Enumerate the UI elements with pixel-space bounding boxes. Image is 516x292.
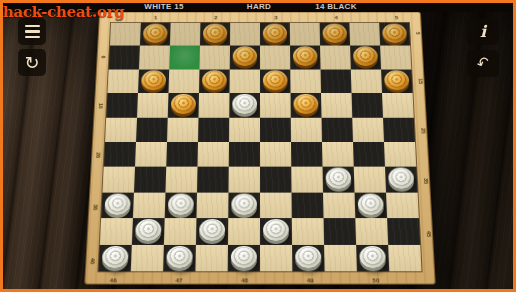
light-square bbox=[323, 192, 355, 218]
light-square bbox=[164, 218, 197, 244]
light-square bbox=[386, 192, 419, 218]
black-piece[interactable] bbox=[263, 24, 287, 43]
board-frame: 123454647484950616263646515253545 bbox=[84, 12, 436, 285]
coordinate-label: 5 bbox=[395, 15, 398, 20]
light-square bbox=[131, 245, 164, 272]
undo-icon: ↶ bbox=[474, 54, 491, 73]
coordinate-label: 36 bbox=[92, 204, 98, 210]
light-square bbox=[291, 117, 322, 142]
light-square bbox=[228, 218, 260, 244]
square-48[interactable] bbox=[228, 245, 260, 272]
info-icon: i bbox=[480, 24, 486, 40]
coordinate-label: 46 bbox=[89, 258, 96, 264]
light-square bbox=[355, 218, 388, 244]
square-36[interactable] bbox=[101, 192, 134, 218]
light-square bbox=[197, 142, 229, 167]
light-square bbox=[230, 23, 260, 46]
board-grid bbox=[97, 22, 422, 272]
square-32[interactable] bbox=[197, 167, 229, 192]
black-piece[interactable] bbox=[382, 24, 407, 43]
light-square bbox=[380, 46, 411, 69]
white-piece[interactable] bbox=[168, 193, 194, 215]
coordinate-label: 49 bbox=[307, 277, 314, 283]
coordinate-label: 1 bbox=[154, 15, 157, 20]
white-piece[interactable] bbox=[166, 246, 192, 268]
square-24[interactable] bbox=[322, 117, 353, 142]
white-piece[interactable] bbox=[326, 168, 352, 189]
light-square bbox=[260, 93, 291, 117]
light-square bbox=[139, 46, 170, 69]
light-square bbox=[135, 142, 167, 167]
square-42[interactable] bbox=[196, 218, 228, 244]
light-square bbox=[260, 46, 290, 69]
black-piece[interactable] bbox=[322, 24, 347, 43]
coordinate-label: 16 bbox=[97, 103, 103, 109]
light-square bbox=[199, 46, 230, 69]
light-square bbox=[110, 23, 141, 46]
light-square bbox=[167, 117, 198, 142]
black-piece[interactable] bbox=[143, 24, 168, 43]
square-26[interactable] bbox=[104, 142, 136, 167]
light-square bbox=[198, 93, 229, 117]
square-45[interactable] bbox=[387, 218, 420, 244]
light-square bbox=[165, 167, 197, 192]
light-square bbox=[100, 218, 133, 244]
white-count-label: WHITE 15 bbox=[144, 2, 183, 11]
light-square bbox=[351, 69, 382, 93]
square-4[interactable] bbox=[320, 23, 350, 46]
black-piece[interactable] bbox=[263, 70, 288, 90]
light-square bbox=[168, 69, 199, 93]
square-20[interactable] bbox=[352, 93, 383, 117]
light-square bbox=[105, 117, 137, 142]
black-piece[interactable] bbox=[202, 70, 227, 90]
light-square bbox=[229, 69, 260, 93]
coordinate-label: 47 bbox=[175, 277, 182, 283]
coordinate-label: 4 bbox=[335, 15, 338, 20]
square-15[interactable] bbox=[381, 69, 412, 93]
coordinate-label: 15 bbox=[417, 78, 423, 84]
white-piece[interactable] bbox=[104, 193, 130, 215]
restart-icon: ↻ bbox=[24, 54, 39, 72]
light-square bbox=[107, 69, 138, 93]
light-square bbox=[388, 245, 421, 272]
watermark: hack-cheat.org bbox=[3, 3, 124, 21]
light-square bbox=[290, 69, 321, 93]
black-piece[interactable] bbox=[384, 70, 409, 90]
square-10[interactable] bbox=[350, 46, 381, 69]
white-piece[interactable] bbox=[358, 193, 384, 215]
light-square bbox=[349, 23, 380, 46]
square-49[interactable] bbox=[292, 245, 325, 272]
square-21[interactable] bbox=[136, 117, 168, 142]
coordinate-label: 26 bbox=[95, 153, 101, 159]
coordinate-label: 35 bbox=[422, 178, 428, 184]
black-piece[interactable] bbox=[353, 47, 378, 67]
square-17[interactable] bbox=[168, 93, 199, 117]
info-button[interactable]: i bbox=[467, 18, 499, 45]
coordinate-label: 48 bbox=[241, 277, 248, 283]
black-piece[interactable] bbox=[141, 70, 166, 90]
menu-button[interactable] bbox=[18, 18, 46, 45]
square-30[interactable] bbox=[353, 142, 385, 167]
square-31[interactable] bbox=[134, 167, 166, 192]
coordinate-label: 5 bbox=[415, 32, 421, 35]
light-square bbox=[382, 93, 414, 117]
white-piece[interactable] bbox=[359, 246, 386, 268]
square-7[interactable] bbox=[169, 46, 200, 69]
black-piece[interactable] bbox=[293, 94, 318, 114]
square-34[interactable] bbox=[323, 167, 355, 192]
square-44[interactable] bbox=[324, 218, 357, 244]
white-piece[interactable] bbox=[263, 219, 289, 241]
square-8[interactable] bbox=[230, 46, 260, 69]
square-33[interactable] bbox=[260, 167, 292, 192]
light-square bbox=[322, 142, 354, 167]
black-piece[interactable] bbox=[293, 47, 318, 67]
light-square bbox=[196, 192, 228, 218]
light-square bbox=[260, 192, 292, 218]
white-piece[interactable] bbox=[102, 246, 129, 268]
square-18[interactable] bbox=[229, 93, 260, 117]
black-piece[interactable] bbox=[203, 24, 227, 43]
square-43[interactable] bbox=[260, 218, 292, 244]
square-13[interactable] bbox=[260, 69, 291, 93]
square-35[interactable] bbox=[385, 167, 418, 192]
undo-button[interactable]: ↶ bbox=[467, 50, 499, 77]
black-count-label: 14 BLACK bbox=[315, 2, 357, 11]
square-14[interactable] bbox=[321, 69, 352, 93]
light-square bbox=[321, 93, 352, 117]
white-piece[interactable] bbox=[388, 168, 414, 189]
light-square bbox=[260, 142, 291, 167]
light-square bbox=[290, 23, 320, 46]
square-6[interactable] bbox=[109, 46, 140, 69]
square-25[interactable] bbox=[383, 117, 415, 142]
square-47[interactable] bbox=[163, 245, 196, 272]
light-square bbox=[354, 167, 386, 192]
light-square bbox=[292, 218, 324, 244]
square-27[interactable] bbox=[166, 142, 198, 167]
light-square bbox=[320, 46, 351, 69]
square-38[interactable] bbox=[228, 192, 260, 218]
light-square bbox=[260, 245, 292, 272]
coordinate-label: 6 bbox=[100, 56, 106, 59]
square-40[interactable] bbox=[355, 192, 388, 218]
coordinate-label: 2 bbox=[214, 15, 217, 20]
white-piece[interactable] bbox=[199, 219, 225, 241]
coordinate-label: 50 bbox=[372, 277, 379, 283]
square-2[interactable] bbox=[200, 23, 230, 46]
square-12[interactable] bbox=[199, 69, 230, 93]
square-16[interactable] bbox=[106, 93, 138, 117]
coordinate-label: 45 bbox=[425, 231, 432, 237]
restart-button[interactable]: ↻ bbox=[18, 49, 46, 76]
light-square bbox=[324, 245, 357, 272]
coordinate-label: 46 bbox=[110, 277, 117, 283]
white-piece[interactable] bbox=[135, 219, 161, 241]
square-19[interactable] bbox=[291, 93, 322, 117]
light-square bbox=[102, 167, 135, 192]
light-square bbox=[229, 117, 260, 142]
difficulty-label: HARD bbox=[247, 2, 271, 11]
board-3d-wrapper: 123454647484950616263646515253545 bbox=[84, 12, 436, 285]
square-5[interactable] bbox=[379, 23, 410, 46]
black-piece[interactable] bbox=[171, 94, 196, 114]
square-46[interactable] bbox=[98, 245, 131, 272]
square-23[interactable] bbox=[260, 117, 291, 142]
white-piece[interactable] bbox=[295, 246, 321, 268]
square-1[interactable] bbox=[140, 23, 171, 46]
square-41[interactable] bbox=[132, 218, 165, 244]
light-square bbox=[133, 192, 166, 218]
light-square bbox=[384, 142, 416, 167]
square-29[interactable] bbox=[291, 142, 323, 167]
light-square bbox=[137, 93, 168, 117]
square-39[interactable] bbox=[292, 192, 324, 218]
light-square bbox=[352, 117, 384, 142]
square-11[interactable] bbox=[138, 69, 169, 93]
coordinate-label: 3 bbox=[274, 15, 277, 20]
white-piece[interactable] bbox=[231, 193, 257, 215]
light-square bbox=[195, 245, 228, 272]
square-50[interactable] bbox=[356, 245, 389, 272]
square-22[interactable] bbox=[198, 117, 229, 142]
square-3[interactable] bbox=[260, 23, 290, 46]
coordinate-label: 25 bbox=[420, 128, 426, 134]
square-9[interactable] bbox=[290, 46, 321, 69]
light-square bbox=[170, 23, 200, 46]
white-piece[interactable] bbox=[232, 94, 257, 114]
black-piece[interactable] bbox=[233, 47, 257, 67]
white-piece[interactable] bbox=[231, 246, 257, 268]
square-28[interactable] bbox=[229, 142, 260, 167]
light-square bbox=[228, 167, 260, 192]
light-square bbox=[291, 167, 323, 192]
square-37[interactable] bbox=[165, 192, 197, 218]
menu-icon bbox=[25, 25, 40, 39]
